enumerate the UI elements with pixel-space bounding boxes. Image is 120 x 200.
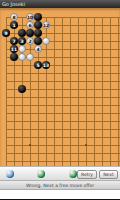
board-line xyxy=(6,17,120,18)
board-line xyxy=(6,65,120,66)
black-stone-move-13: 13 xyxy=(42,61,50,69)
white-stone-move-8: 8 xyxy=(10,13,18,21)
forward-icon[interactable] xyxy=(69,170,77,178)
black-stone-move-11: 11 xyxy=(10,45,18,53)
black-stone xyxy=(10,53,18,61)
board-line xyxy=(6,81,120,82)
black-stone-move-1: 1 xyxy=(10,21,18,29)
black-stone xyxy=(34,37,42,45)
white-stone-move-2: 2 xyxy=(26,37,34,45)
black-stone xyxy=(34,13,42,21)
app-window: Go Joseki 81016129732114513 Retry Next W… xyxy=(0,0,120,200)
status-bar: Wrong. Next a free move offer xyxy=(0,180,120,190)
white-stone xyxy=(18,53,26,61)
board-line xyxy=(6,121,120,122)
board-line xyxy=(70,17,71,166)
black-stone-move-7: 7 xyxy=(10,37,18,45)
white-stone xyxy=(26,53,34,61)
star-point xyxy=(85,144,87,146)
prev-icon[interactable] xyxy=(37,170,45,178)
info-icon[interactable] xyxy=(6,170,14,178)
black-stone xyxy=(34,21,42,29)
board-line xyxy=(78,17,79,166)
retry-button[interactable]: Retry xyxy=(77,170,97,179)
board-line xyxy=(54,17,55,166)
empty-area xyxy=(0,190,120,200)
white-stone-move-6: 6 xyxy=(26,21,34,29)
board-line xyxy=(118,17,119,166)
black-stone xyxy=(18,29,26,37)
board-line xyxy=(6,17,7,166)
board-line xyxy=(62,17,63,166)
black-stone xyxy=(34,29,42,37)
title-bar: Go Joseki xyxy=(0,0,120,8)
black-stone-move-9: 9 xyxy=(2,29,10,37)
board-line xyxy=(110,17,111,166)
board-line xyxy=(6,137,120,138)
next-button[interactable]: Next xyxy=(99,170,118,179)
star-point xyxy=(29,144,31,146)
board-line xyxy=(6,161,120,162)
board-line xyxy=(6,129,120,130)
board-line xyxy=(6,113,120,114)
board-line xyxy=(102,17,103,166)
white-stone xyxy=(18,45,26,53)
board-line xyxy=(6,25,120,26)
go-board[interactable]: 81016129732114513 xyxy=(0,8,120,166)
board-line xyxy=(6,145,120,146)
board-line xyxy=(94,17,95,166)
board-line xyxy=(6,153,120,154)
black-stone-move-3: 3 xyxy=(18,37,26,45)
white-stone-move-10: 10 xyxy=(26,13,34,21)
status-message: Wrong. Next a free move offer xyxy=(26,183,94,188)
board-line xyxy=(6,73,120,74)
white-stone xyxy=(42,37,50,45)
black-stone xyxy=(18,85,26,93)
black-stone-move-5: 5 xyxy=(34,61,42,69)
app-title: Go Joseki xyxy=(2,1,25,7)
white-stone-move-4: 4 xyxy=(34,45,42,53)
white-stone-move-12: 12 xyxy=(42,21,50,29)
board-line xyxy=(6,105,120,106)
board-line xyxy=(6,97,120,98)
black-stone xyxy=(26,29,34,37)
bottom-toolbar: Retry Next xyxy=(0,166,120,180)
